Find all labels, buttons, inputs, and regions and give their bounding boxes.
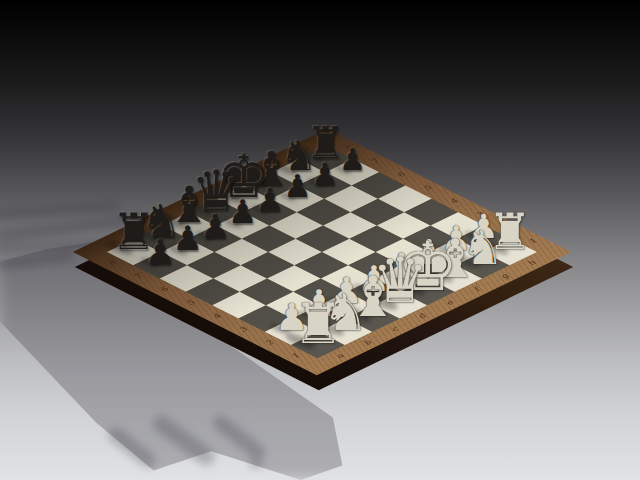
black-pawn-h7[interactable]: ♟ [339,146,366,176]
black-pawn-d7[interactable]: ♟ [228,197,257,230]
black-pawn-g7[interactable]: ♟ [311,158,339,189]
white-rook-a1[interactable]: ♜ [293,296,343,352]
chess-scene: aabbccddeeffgghh8877665544332211 ♜♞♟♟♝♟♚… [0,0,640,480]
black-pawn-b7[interactable]: ♟ [173,222,203,256]
black-pawn-c7[interactable]: ♟ [200,209,230,242]
black-pawn-e7[interactable]: ♟ [256,184,285,216]
black-pawn-f7[interactable]: ♟ [283,171,311,202]
black-pawn-a7[interactable]: ♟ [145,235,176,269]
